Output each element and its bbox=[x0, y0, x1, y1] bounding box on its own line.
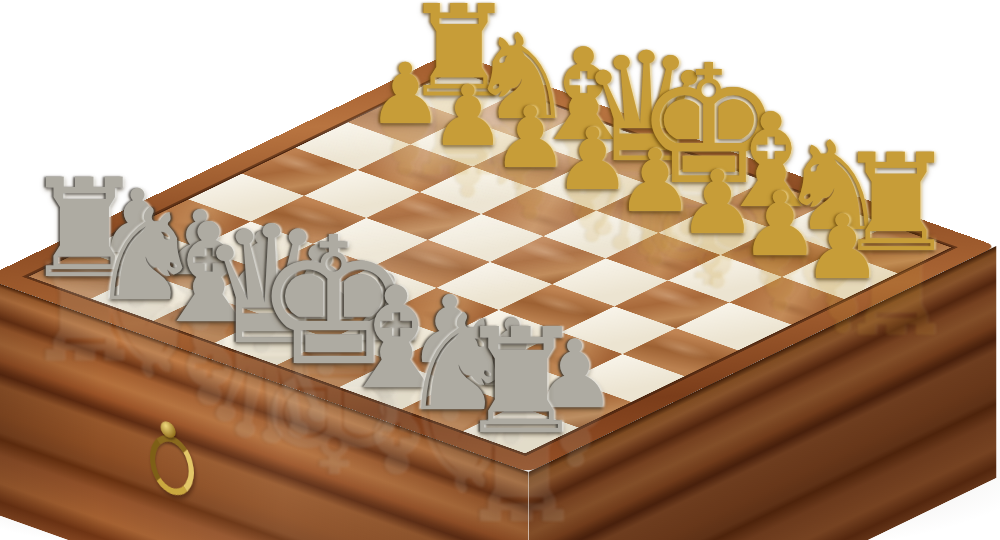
scene: ♜♜♞♞♝♝♛♛♚♚♝♝♞♞♜♜♟♟♟♟♟♟♟♟♟♟♟♟♟♟♟♟♟♟♟♟♟♟♟♟… bbox=[0, 0, 1000, 540]
pieces-layer: ♜♜♞♞♝♝♛♛♚♚♝♝♞♞♜♜♟♟♟♟♟♟♟♟♟♟♟♟♟♟♟♟♟♟♟♟♟♟♟♟… bbox=[0, 0, 1000, 540]
piece-glyph: ♟ bbox=[762, 203, 922, 292]
piece-glyph: ♜ bbox=[441, 309, 601, 454]
